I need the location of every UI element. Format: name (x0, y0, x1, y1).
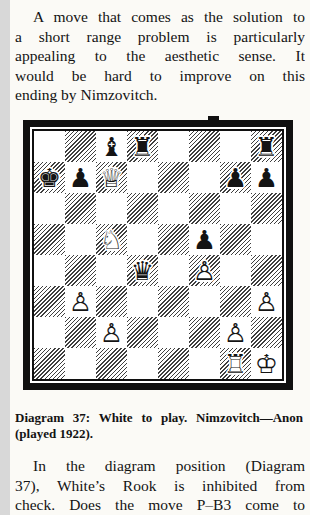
square-e2 (158, 317, 189, 348)
chess-diagram: ♝♝♜♜♜♜♚♚♟♟♛♕♟♟♟♟♞♘♟♟♛♛♟♙♟♙♟♙♟♙♟♙♜♖♚♔ (23, 120, 293, 390)
square-a7: ♚♚ (34, 162, 65, 193)
square-d1 (127, 348, 158, 379)
piece-glyph: ♕ (96, 162, 127, 193)
square-d3 (127, 286, 158, 317)
square-f1 (189, 348, 220, 379)
piece-white-rook: ♜♖ (220, 348, 251, 379)
piece-black-queen: ♛♛ (127, 255, 158, 286)
piece-black-pawn: ♟♟ (65, 162, 96, 193)
piece-white-queen: ♛♕ (96, 162, 127, 193)
square-c3 (96, 286, 127, 317)
square-f7 (189, 162, 220, 193)
square-e3 (158, 286, 189, 317)
square-d6 (127, 193, 158, 224)
square-g5 (220, 224, 251, 255)
piece-glyph: ♙ (65, 286, 96, 317)
square-g4 (220, 255, 251, 286)
piece-white-pawn: ♟♙ (96, 317, 127, 348)
square-h5 (251, 224, 282, 255)
body-paragraph: In the diagram position (Diagram37), Whi… (15, 456, 305, 515)
piece-glyph: ♖ (220, 348, 251, 379)
square-d4: ♛♛ (127, 255, 158, 286)
square-e8 (158, 131, 189, 162)
piece-glyph: ♟ (65, 162, 96, 193)
square-c5: ♞♘ (96, 224, 127, 255)
square-h4 (251, 255, 282, 286)
square-f5: ♟♟ (189, 224, 220, 255)
piece-white-knight: ♞♘ (96, 224, 127, 255)
piece-glyph: ♝ (96, 131, 127, 162)
piece-black-pawn: ♟♟ (220, 162, 251, 193)
square-b4 (65, 255, 96, 286)
square-f3 (189, 286, 220, 317)
square-c4 (96, 255, 127, 286)
square-d7 (127, 162, 158, 193)
piece-glyph: ♙ (96, 317, 127, 348)
piece-white-king: ♚♔ (251, 348, 282, 379)
square-h7: ♟♟ (251, 162, 282, 193)
square-f4: ♟♙ (189, 255, 220, 286)
text-line: Diagram 37: White to play. Nimzovitch—An… (15, 410, 303, 426)
square-h6 (251, 193, 282, 224)
text-line: check. Does the move P–B3 come to (15, 495, 305, 515)
square-c8: ♝♝ (96, 131, 127, 162)
square-c6 (96, 193, 127, 224)
board-border: ♝♝♜♜♜♜♚♚♟♟♛♕♟♟♟♟♞♘♟♟♛♛♟♙♟♙♟♙♟♙♟♙♜♖♚♔ (32, 129, 284, 381)
square-b2 (65, 317, 96, 348)
text-line: (played 1922). (15, 426, 303, 442)
text-line: would be hard to improve on this (15, 66, 305, 86)
piece-white-pawn: ♟♙ (251, 286, 282, 317)
piece-glyph: ♚ (34, 162, 65, 193)
piece-glyph: ♜ (251, 131, 282, 162)
piece-glyph: ♟ (251, 162, 282, 193)
text-line: A move that comes as the solution to (15, 7, 305, 27)
square-h1: ♚♔ (251, 348, 282, 379)
square-e4 (158, 255, 189, 286)
book-page: A move that comes as the solution toa sh… (10, 0, 310, 515)
square-g2: ♟♙ (220, 317, 251, 348)
square-g6 (220, 193, 251, 224)
square-b3: ♟♙ (65, 286, 96, 317)
square-a3 (34, 286, 65, 317)
text-line: appealing to the aesthetic sense. It (15, 46, 305, 66)
piece-glyph: ♜ (127, 131, 158, 162)
square-d5 (127, 224, 158, 255)
square-e5 (158, 224, 189, 255)
piece-glyph: ♟ (189, 224, 220, 255)
piece-black-rook: ♜♜ (127, 131, 158, 162)
square-g1: ♜♖ (220, 348, 251, 379)
square-f8 (189, 131, 220, 162)
piece-glyph: ♙ (220, 317, 251, 348)
square-b1 (65, 348, 96, 379)
square-f6 (189, 193, 220, 224)
square-c2: ♟♙ (96, 317, 127, 348)
board-grid: ♝♝♜♜♜♜♚♚♟♟♛♕♟♟♟♟♞♘♟♟♛♛♟♙♟♙♟♙♟♙♟♙♜♖♚♔ (34, 131, 282, 379)
piece-black-bishop: ♝♝ (96, 131, 127, 162)
square-b6 (65, 193, 96, 224)
intro-paragraph: A move that comes as the solution toa sh… (15, 7, 305, 105)
piece-black-pawn: ♟♟ (189, 224, 220, 255)
square-h8: ♜♜ (251, 131, 282, 162)
square-b7: ♟♟ (65, 162, 96, 193)
square-a5 (34, 224, 65, 255)
square-a2 (34, 317, 65, 348)
piece-glyph: ♟ (220, 162, 251, 193)
piece-glyph: ♙ (189, 255, 220, 286)
piece-white-pawn: ♟♙ (220, 317, 251, 348)
piece-black-pawn: ♟♟ (251, 162, 282, 193)
square-b8 (65, 131, 96, 162)
square-a1 (34, 348, 65, 379)
piece-glyph: ♛ (127, 255, 158, 286)
square-e1 (158, 348, 189, 379)
square-e7 (158, 162, 189, 193)
text-line: In the diagram position (Diagram (15, 456, 305, 476)
piece-glyph: ♙ (251, 286, 282, 317)
square-a8 (34, 131, 65, 162)
piece-black-rook: ♜♜ (251, 131, 282, 162)
piece-glyph: ♔ (251, 348, 282, 379)
text-line: a short range problem is particularly (15, 27, 305, 47)
text-line: ending by Nimzovitch. (15, 85, 305, 105)
square-e6 (158, 193, 189, 224)
square-d2 (127, 317, 158, 348)
square-g3 (220, 286, 251, 317)
square-b5 (65, 224, 96, 255)
square-h3: ♟♙ (251, 286, 282, 317)
square-c1 (96, 348, 127, 379)
piece-white-pawn: ♟♙ (65, 286, 96, 317)
square-c7: ♛♕ (96, 162, 127, 193)
piece-white-pawn: ♟♙ (189, 255, 220, 286)
square-d8: ♜♜ (127, 131, 158, 162)
square-a4 (34, 255, 65, 286)
square-g8 (220, 131, 251, 162)
square-a6 (34, 193, 65, 224)
square-g7: ♟♟ (220, 162, 251, 193)
piece-black-king: ♚♚ (34, 162, 65, 193)
text-line: 37), White’s Rook is inhibited from (15, 476, 305, 496)
piece-glyph: ♘ (96, 224, 127, 255)
diagram-caption: Diagram 37: White to play. Nimzovitch—An… (15, 410, 303, 442)
square-h2 (251, 317, 282, 348)
square-f2 (189, 317, 220, 348)
